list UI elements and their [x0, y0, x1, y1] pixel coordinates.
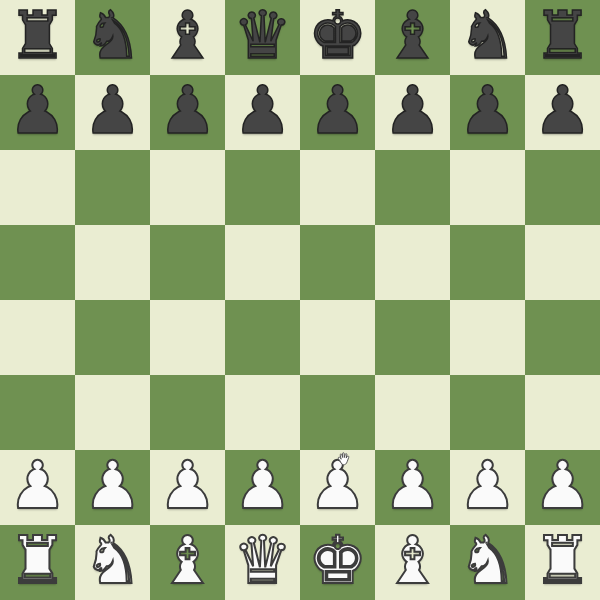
white-king[interactable]: ♚ — [308, 523, 367, 598]
square-b5[interactable] — [75, 225, 150, 300]
square-b1[interactable]: ♞ — [75, 525, 150, 600]
white-queen[interactable]: ♛ — [233, 523, 292, 598]
square-c2[interactable]: ♟ — [150, 450, 225, 525]
square-c6[interactable] — [150, 150, 225, 225]
black-pawn[interactable]: ♟ — [383, 73, 442, 148]
square-h6[interactable] — [525, 150, 600, 225]
white-pawn[interactable]: ♟ — [83, 448, 142, 523]
black-pawn[interactable]: ♟ — [533, 73, 592, 148]
white-knight[interactable]: ♞ — [83, 523, 142, 598]
white-pawn[interactable]: ♟ — [458, 448, 517, 523]
square-h7[interactable]: ♟ — [525, 75, 600, 150]
square-a7[interactable]: ♟ — [0, 75, 75, 150]
square-d6[interactable] — [225, 150, 300, 225]
white-bishop[interactable]: ♝ — [383, 523, 442, 598]
white-rook[interactable]: ♜ — [533, 523, 592, 598]
black-pawn[interactable]: ♟ — [83, 73, 142, 148]
square-a2[interactable]: ♟ — [0, 450, 75, 525]
white-pawn[interactable]: ♟ — [533, 448, 592, 523]
square-g1[interactable]: ♞ — [450, 525, 525, 600]
square-g8[interactable]: ♞ — [450, 0, 525, 75]
black-rook[interactable]: ♜ — [533, 0, 592, 73]
square-d7[interactable]: ♟ — [225, 75, 300, 150]
black-queen[interactable]: ♛ — [233, 0, 292, 73]
square-f1[interactable]: ♝ — [375, 525, 450, 600]
square-e2[interactable]: ♟ — [300, 450, 375, 525]
square-e6[interactable] — [300, 150, 375, 225]
square-d2[interactable]: ♟ — [225, 450, 300, 525]
white-pawn[interactable]: ♟ — [8, 448, 67, 523]
square-h2[interactable]: ♟ — [525, 450, 600, 525]
black-pawn[interactable]: ♟ — [308, 73, 367, 148]
square-a4[interactable] — [0, 300, 75, 375]
black-bishop[interactable]: ♝ — [383, 0, 442, 73]
white-pawn[interactable]: ♟ — [308, 448, 367, 523]
square-e4[interactable] — [300, 300, 375, 375]
square-d5[interactable] — [225, 225, 300, 300]
square-h4[interactable] — [525, 300, 600, 375]
black-bishop[interactable]: ♝ — [158, 0, 217, 73]
chess-board: ♜♞♝♛♚♝♞♜♟♟♟♟♟♟♟♟♟♟♟♟♟♟♟♟♜♞♝♛♚♝♞♜ — [0, 0, 600, 600]
square-b3[interactable] — [75, 375, 150, 450]
square-c5[interactable] — [150, 225, 225, 300]
square-f7[interactable]: ♟ — [375, 75, 450, 150]
square-c1[interactable]: ♝ — [150, 525, 225, 600]
square-f3[interactable] — [375, 375, 450, 450]
square-a5[interactable] — [0, 225, 75, 300]
white-rook[interactable]: ♜ — [8, 523, 67, 598]
white-pawn[interactable]: ♟ — [158, 448, 217, 523]
square-d1[interactable]: ♛ — [225, 525, 300, 600]
square-g4[interactable] — [450, 300, 525, 375]
black-rook[interactable]: ♜ — [8, 0, 67, 73]
square-a3[interactable] — [0, 375, 75, 450]
square-b6[interactable] — [75, 150, 150, 225]
square-h1[interactable]: ♜ — [525, 525, 600, 600]
square-e7[interactable]: ♟ — [300, 75, 375, 150]
square-d4[interactable] — [225, 300, 300, 375]
square-b7[interactable]: ♟ — [75, 75, 150, 150]
square-b4[interactable] — [75, 300, 150, 375]
square-e5[interactable] — [300, 225, 375, 300]
square-a6[interactable] — [0, 150, 75, 225]
white-pawn[interactable]: ♟ — [233, 448, 292, 523]
square-g5[interactable] — [450, 225, 525, 300]
chess-board-wrapper: ♜♞♝♛♚♝♞♜♟♟♟♟♟♟♟♟♟♟♟♟♟♟♟♟♜♞♝♛♚♝♞♜ — [0, 0, 600, 600]
square-f5[interactable] — [375, 225, 450, 300]
square-e1[interactable]: ♚ — [300, 525, 375, 600]
black-knight[interactable]: ♞ — [458, 0, 517, 73]
square-f6[interactable] — [375, 150, 450, 225]
square-c8[interactable]: ♝ — [150, 0, 225, 75]
square-e3[interactable] — [300, 375, 375, 450]
square-g6[interactable] — [450, 150, 525, 225]
square-f2[interactable]: ♟ — [375, 450, 450, 525]
square-h5[interactable] — [525, 225, 600, 300]
white-knight[interactable]: ♞ — [458, 523, 517, 598]
square-g3[interactable] — [450, 375, 525, 450]
black-pawn[interactable]: ♟ — [158, 73, 217, 148]
black-king[interactable]: ♚ — [308, 0, 367, 73]
square-e8[interactable]: ♚ — [300, 0, 375, 75]
square-g7[interactable]: ♟ — [450, 75, 525, 150]
square-d3[interactable] — [225, 375, 300, 450]
white-bishop[interactable]: ♝ — [158, 523, 217, 598]
square-b8[interactable]: ♞ — [75, 0, 150, 75]
square-h8[interactable]: ♜ — [525, 0, 600, 75]
square-a8[interactable]: ♜ — [0, 0, 75, 75]
square-c7[interactable]: ♟ — [150, 75, 225, 150]
black-pawn[interactable]: ♟ — [458, 73, 517, 148]
square-g2[interactable]: ♟ — [450, 450, 525, 525]
square-h3[interactable] — [525, 375, 600, 450]
black-pawn[interactable]: ♟ — [233, 73, 292, 148]
square-f4[interactable] — [375, 300, 450, 375]
white-pawn[interactable]: ♟ — [383, 448, 442, 523]
black-pawn[interactable]: ♟ — [8, 73, 67, 148]
square-b2[interactable]: ♟ — [75, 450, 150, 525]
square-d8[interactable]: ♛ — [225, 0, 300, 75]
black-knight[interactable]: ♞ — [83, 0, 142, 73]
square-f8[interactable]: ♝ — [375, 0, 450, 75]
square-c3[interactable] — [150, 375, 225, 450]
square-c4[interactable] — [150, 300, 225, 375]
square-a1[interactable]: ♜ — [0, 525, 75, 600]
